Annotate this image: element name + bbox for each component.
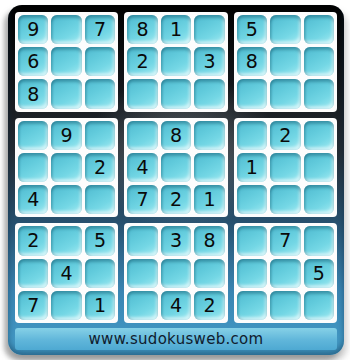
sudoku-cell[interactable] — [304, 79, 334, 108]
sudoku-cell[interactable] — [51, 226, 81, 255]
sudoku-cell[interactable] — [270, 79, 300, 108]
sudoku-cell[interactable]: 4 — [51, 259, 81, 288]
sudoku-cell[interactable]: 8 — [161, 121, 191, 150]
sudoku-cell[interactable] — [237, 226, 267, 255]
sudoku-cell[interactable] — [127, 121, 157, 150]
sudoku-cell[interactable] — [85, 259, 115, 288]
sudoku-cell[interactable] — [270, 259, 300, 288]
sudoku-cell[interactable]: 1 — [237, 153, 267, 182]
sudoku-cell[interactable]: 9 — [51, 121, 81, 150]
sudoku-box: 25471 — [15, 223, 118, 323]
sudoku-cell[interactable]: 5 — [304, 259, 334, 288]
board-frame: 9768812358924847212125471384275 www.sudo… — [8, 5, 344, 355]
sudoku-cell[interactable] — [270, 291, 300, 320]
sudoku-cell[interactable]: 4 — [161, 291, 191, 320]
sudoku-cell[interactable]: 2 — [127, 47, 157, 76]
sudoku-cell[interactable]: 2 — [161, 185, 191, 214]
sudoku-cell[interactable] — [304, 47, 334, 76]
footer-url: www.sudokusweb.com — [89, 330, 264, 348]
sudoku-cell[interactable]: 6 — [18, 47, 48, 76]
sudoku-cell[interactable]: 4 — [127, 153, 157, 182]
sudoku-cell[interactable] — [194, 153, 224, 182]
sudoku-cell[interactable] — [194, 79, 224, 108]
sudoku-cell[interactable] — [127, 79, 157, 108]
sudoku-cell[interactable]: 2 — [194, 291, 224, 320]
sudoku-cell[interactable] — [18, 121, 48, 150]
sudoku-cell[interactable] — [270, 185, 300, 214]
sudoku-cell[interactable] — [127, 226, 157, 255]
sudoku-cell[interactable]: 5 — [237, 15, 267, 44]
sudoku-page: 9768812358924847212125471384275 www.sudo… — [0, 0, 350, 360]
sudoku-cell[interactable]: 8 — [194, 226, 224, 255]
sudoku-cell[interactable] — [51, 15, 81, 44]
sudoku-cell[interactable] — [161, 47, 191, 76]
sudoku-cell[interactable]: 8 — [237, 47, 267, 76]
sudoku-cell[interactable] — [85, 185, 115, 214]
sudoku-cell[interactable] — [51, 79, 81, 108]
sudoku-cell[interactable] — [85, 47, 115, 76]
footer-bar: www.sudokusweb.com — [15, 328, 337, 350]
sudoku-cell[interactable] — [270, 47, 300, 76]
sudoku-cell[interactable] — [18, 259, 48, 288]
sudoku-box: 924 — [15, 118, 118, 218]
sudoku-cell[interactable]: 2 — [85, 153, 115, 182]
sudoku-cell[interactable]: 2 — [18, 226, 48, 255]
sudoku-cell[interactable] — [194, 15, 224, 44]
sudoku-cell[interactable] — [127, 291, 157, 320]
sudoku-cell[interactable]: 1 — [161, 15, 191, 44]
sudoku-cell[interactable] — [85, 121, 115, 150]
sudoku-cell[interactable] — [18, 153, 48, 182]
sudoku-cell[interactable] — [85, 79, 115, 108]
sudoku-cell[interactable] — [161, 79, 191, 108]
sudoku-cell[interactable]: 3 — [194, 47, 224, 76]
sudoku-box: 3842 — [124, 223, 227, 323]
sudoku-cell[interactable]: 4 — [18, 185, 48, 214]
sudoku-box: 58 — [234, 12, 337, 112]
sudoku-cell[interactable] — [304, 153, 334, 182]
sudoku-cell[interactable]: 9 — [18, 15, 48, 44]
sudoku-cell[interactable] — [237, 291, 267, 320]
sudoku-cell[interactable] — [194, 259, 224, 288]
sudoku-cell[interactable]: 7 — [127, 185, 157, 214]
sudoku-cell[interactable] — [237, 121, 267, 150]
sudoku-box: 75 — [234, 223, 337, 323]
sudoku-cell[interactable] — [127, 259, 157, 288]
sudoku-cell[interactable] — [304, 291, 334, 320]
sudoku-cell[interactable]: 7 — [270, 226, 300, 255]
sudoku-cell[interactable] — [237, 185, 267, 214]
sudoku-cell[interactable] — [270, 153, 300, 182]
sudoku-cell[interactable] — [161, 153, 191, 182]
sudoku-cell[interactable] — [304, 15, 334, 44]
sudoku-cell[interactable] — [237, 79, 267, 108]
sudoku-cell[interactable] — [304, 226, 334, 255]
sudoku-cell[interactable] — [51, 153, 81, 182]
sudoku-cell[interactable] — [194, 121, 224, 150]
sudoku-cell[interactable] — [304, 185, 334, 214]
sudoku-cell[interactable]: 1 — [194, 185, 224, 214]
sudoku-box: 84721 — [124, 118, 227, 218]
sudoku-cell[interactable] — [237, 259, 267, 288]
sudoku-cell[interactable] — [161, 259, 191, 288]
sudoku-cell[interactable]: 7 — [85, 15, 115, 44]
sudoku-cell[interactable]: 7 — [18, 291, 48, 320]
sudoku-board: 9768812358924847212125471384275 — [15, 12, 337, 323]
sudoku-box: 8123 — [124, 12, 227, 112]
sudoku-cell[interactable]: 8 — [18, 79, 48, 108]
sudoku-cell[interactable] — [51, 47, 81, 76]
sudoku-cell[interactable] — [51, 185, 81, 214]
sudoku-cell[interactable] — [270, 15, 300, 44]
sudoku-cell[interactable] — [304, 121, 334, 150]
sudoku-box: 9768 — [15, 12, 118, 112]
sudoku-cell[interactable]: 5 — [85, 226, 115, 255]
sudoku-cell[interactable]: 1 — [85, 291, 115, 320]
sudoku-box: 21 — [234, 118, 337, 218]
sudoku-cell[interactable]: 3 — [161, 226, 191, 255]
sudoku-cell[interactable]: 8 — [127, 15, 157, 44]
sudoku-cell[interactable]: 2 — [270, 121, 300, 150]
sudoku-cell[interactable] — [51, 291, 81, 320]
